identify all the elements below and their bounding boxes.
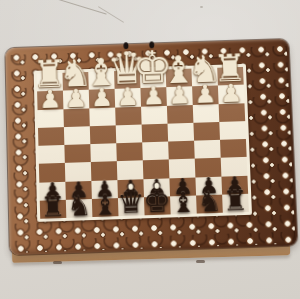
piece-wp[interactable]: ♟ [39, 86, 62, 111]
piece-wp[interactable]: ♟ [116, 84, 139, 109]
square[interactable]: ♟ [63, 90, 89, 109]
square[interactable]: ♞ [196, 194, 223, 213]
square[interactable]: ♟ [115, 88, 141, 107]
carved-chess-board: ♜♞♝♛♚♝♞♜♟♟♟♟♟♟♟♟♟♟♟♟♟♟♟♟♜♞♝♛♚♝♞♜ [5, 39, 297, 255]
piece-br[interactable]: ♜ [223, 187, 248, 215]
square[interactable]: ♝ [170, 195, 197, 214]
square[interactable] [219, 121, 246, 140]
square[interactable]: ♝ [92, 198, 119, 217]
square[interactable] [168, 141, 195, 160]
square[interactable]: ♟ [192, 86, 219, 105]
square[interactable] [142, 123, 169, 142]
photo-scene: ♜♞♝♛♚♝♞♜♟♟♟♟♟♟♟♟♟♟♟♟♟♟♟♟♜♞♝♛♚♝♞♜ [0, 0, 300, 299]
square[interactable] [116, 124, 142, 143]
wall-crack [43, 0, 106, 15]
square[interactable]: ♟ [218, 85, 245, 104]
piece-bb[interactable]: ♝ [171, 189, 196, 217]
piece-bq[interactable]: ♛ [117, 186, 146, 218]
piece-bb[interactable]: ♝ [93, 191, 118, 219]
checkerboard: ♜♞♝♛♚♝♞♜♟♟♟♟♟♟♟♟♟♟♟♟♟♟♟♟♜♞♝♛♚♝♞♜ [37, 67, 249, 219]
piece-bn[interactable]: ♞ [197, 188, 222, 216]
piece-wp[interactable]: ♟ [65, 85, 88, 110]
square[interactable] [64, 144, 90, 163]
wall-speck [200, 6, 203, 8]
square[interactable] [38, 145, 64, 164]
square[interactable] [116, 142, 143, 161]
square[interactable] [90, 125, 116, 144]
square[interactable] [168, 123, 195, 142]
square[interactable]: ♟ [89, 89, 115, 108]
piece-wp[interactable]: ♟ [168, 82, 191, 107]
wall-crack [98, 6, 124, 23]
piece-br[interactable]: ♜ [40, 193, 65, 221]
square[interactable]: ♟ [37, 91, 63, 110]
square[interactable] [194, 140, 221, 159]
square[interactable] [142, 142, 169, 161]
square[interactable] [220, 139, 247, 158]
square[interactable] [193, 122, 220, 141]
box-hinge-mark [53, 261, 62, 264]
square[interactable]: ♜ [40, 200, 67, 219]
square[interactable]: ♜ [222, 194, 249, 213]
piece-wp[interactable]: ♟ [194, 81, 217, 106]
square[interactable]: ♛ [118, 197, 145, 216]
square[interactable] [90, 143, 116, 162]
piece-bk[interactable]: ♚ [143, 185, 172, 217]
piece-wp[interactable]: ♟ [219, 80, 242, 105]
square[interactable]: ♞ [66, 199, 93, 218]
piece-bn[interactable]: ♞ [67, 192, 92, 220]
square[interactable]: ♟ [140, 87, 166, 106]
piece-wp[interactable]: ♟ [90, 84, 113, 109]
piece-wp[interactable]: ♟ [142, 83, 165, 108]
square[interactable]: ♚ [144, 196, 171, 215]
playing-panel: ♜♞♝♛♚♝♞♜♟♟♟♟♟♟♟♟♟♟♟♟♟♟♟♟♜♞♝♛♚♝♞♜ [34, 64, 252, 222]
box-hinge-mark [196, 260, 205, 263]
square[interactable]: ♟ [166, 87, 192, 106]
square[interactable] [64, 126, 90, 145]
square[interactable] [38, 127, 64, 146]
